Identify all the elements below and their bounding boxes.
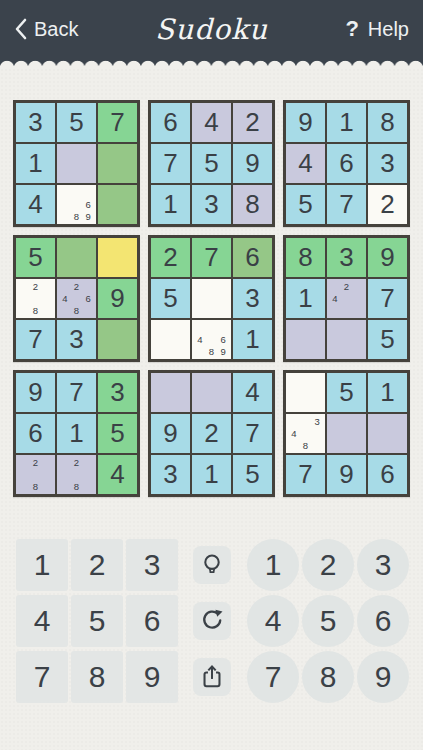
cell-r9c6[interactable]: 5 [233, 455, 272, 494]
cell-value: 8 [298, 242, 312, 273]
cell-r6c4[interactable] [151, 320, 190, 359]
cell-r6c7[interactable] [286, 320, 325, 359]
cell-value: 1 [28, 148, 42, 179]
cell-r2c8[interactable]: 6 [327, 144, 366, 183]
pencil-mark: 4 [288, 428, 300, 440]
box-6: 83912475 [283, 235, 410, 362]
cell-value: 7 [245, 418, 259, 449]
cell-r6c8[interactable] [327, 320, 366, 359]
keypad-left-key-5[interactable]: 5 [71, 595, 123, 647]
cell-value: 2 [163, 242, 177, 273]
cell-r5c6[interactable]: 3 [233, 279, 272, 318]
pencil-mark: 8 [71, 480, 83, 492]
cell-r7c8[interactable]: 5 [327, 373, 366, 412]
cell-r1c2[interactable]: 5 [57, 103, 96, 142]
cell-value: 1 [339, 107, 353, 138]
cell-r4c9[interactable]: 9 [368, 238, 407, 277]
cell-r5c5[interactable] [192, 279, 231, 318]
cell-r1c9[interactable]: 8 [368, 103, 407, 142]
cell-r3c5[interactable]: 3 [192, 185, 231, 224]
cell-r7c4[interactable] [151, 373, 190, 412]
cell-value: 6 [380, 459, 394, 490]
cell-value: 7 [204, 242, 218, 273]
cell-value: 3 [28, 107, 42, 138]
pencil-mark: 9 [217, 345, 229, 357]
pencil-marks: 28 [59, 457, 94, 492]
cell-value: 7 [163, 148, 177, 179]
keypad-right-key-3[interactable]: 3 [357, 539, 409, 591]
box-2: 642759138 [148, 100, 275, 227]
pencil-mark: 2 [30, 281, 42, 293]
pencil-marks: 4689 [194, 322, 229, 357]
pencil-mark: 6 [82, 293, 94, 305]
keypad-left-key-1[interactable]: 1 [16, 539, 68, 591]
cell-r1c1[interactable]: 3 [16, 103, 55, 142]
cell-value: 3 [204, 189, 218, 220]
cell-value: 6 [245, 242, 259, 273]
cell-r9c2[interactable]: 28 [57, 455, 96, 494]
cell-r5c9[interactable]: 7 [368, 279, 407, 318]
back-button[interactable]: Back [14, 18, 78, 41]
restart-button[interactable] [193, 602, 231, 640]
cell-r3c1[interactable]: 4 [16, 185, 55, 224]
cell-value: 7 [28, 324, 42, 355]
cell-r9c5[interactable]: 1 [192, 455, 231, 494]
cell-r6c2[interactable]: 3 [57, 320, 96, 359]
chevron-left-icon [14, 18, 27, 40]
hint-button[interactable] [193, 546, 231, 584]
pencil-mark: 8 [30, 480, 42, 492]
pencil-mark: 8 [206, 345, 218, 357]
cell-r9c4[interactable]: 3 [151, 455, 190, 494]
keypad-right-key-4[interactable]: 4 [247, 595, 299, 647]
cell-value: 5 [339, 377, 353, 408]
cell-r3c4[interactable]: 1 [151, 185, 190, 224]
cell-value: 9 [163, 418, 177, 449]
pencil-marks: 28 [18, 457, 53, 492]
cell-value: 2 [204, 418, 218, 449]
controls-bar: 123456789 123456789 [0, 539, 423, 705]
cell-r7c3[interactable]: 3 [98, 373, 137, 412]
cell-r2c7[interactable]: 4 [286, 144, 325, 183]
cell-r8c4[interactable]: 9 [151, 414, 190, 453]
box-5: 2765346891 [148, 235, 275, 362]
cell-value: 5 [163, 283, 177, 314]
cell-r2c6[interactable]: 9 [233, 144, 272, 183]
header: Back Sudoku ? Help [0, 0, 423, 58]
keypad-left-key-8[interactable]: 8 [71, 651, 123, 703]
cell-r7c1[interactable]: 9 [16, 373, 55, 412]
refresh-icon [199, 608, 225, 634]
keypad-left-key-4[interactable]: 4 [16, 595, 68, 647]
sudoku-board: 3571468964275913891846357252824689732765… [13, 100, 410, 497]
box-1: 35714689 [13, 100, 140, 227]
cell-r2c4[interactable]: 7 [151, 144, 190, 183]
pencil-mark: 2 [71, 281, 83, 293]
cell-r4c5[interactable]: 7 [192, 238, 231, 277]
cell-value: 1 [380, 377, 394, 408]
cell-r4c8[interactable]: 3 [327, 238, 366, 277]
cell-r2c9[interactable]: 3 [368, 144, 407, 183]
cell-value: 6 [339, 148, 353, 179]
cell-r8c6[interactable]: 7 [233, 414, 272, 453]
cell-r6c3[interactable] [98, 320, 137, 359]
cell-r8c7[interactable]: 348 [286, 414, 325, 453]
cell-r9c8[interactable]: 9 [327, 455, 366, 494]
cell-value: 1 [204, 459, 218, 490]
pencil-mark: 3 [311, 416, 323, 428]
cell-r4c7[interactable]: 8 [286, 238, 325, 277]
cell-r8c8[interactable] [327, 414, 366, 453]
cell-value: 6 [28, 418, 42, 449]
pencil-mark: 8 [71, 304, 83, 316]
keypad-right: 123456789 [247, 539, 409, 703]
cell-r1c8[interactable]: 1 [327, 103, 366, 142]
pencil-mark: 4 [329, 293, 341, 305]
keypad-left-key-6[interactable]: 6 [126, 595, 178, 647]
cell-r1c5[interactable]: 4 [192, 103, 231, 142]
cell-r9c7[interactable]: 7 [286, 455, 325, 494]
cell-r7c7[interactable] [286, 373, 325, 412]
cell-r8c9[interactable] [368, 414, 407, 453]
cell-value: 5 [28, 242, 42, 273]
cell-value: 5 [204, 148, 218, 179]
question-icon: ? [345, 16, 358, 42]
cell-r7c5[interactable] [192, 373, 231, 412]
cell-value: 7 [69, 377, 83, 408]
cell-value: 6 [163, 107, 177, 138]
cell-value: 5 [69, 107, 83, 138]
keypad-left-key-3[interactable]: 3 [126, 539, 178, 591]
box-4: 5282468973 [13, 235, 140, 362]
keypad-left-key-9[interactable]: 9 [126, 651, 178, 703]
cell-value: 4 [110, 459, 124, 490]
help-label: Help [368, 18, 409, 41]
cell-r4c1[interactable]: 5 [16, 238, 55, 277]
cell-r4c3[interactable] [98, 238, 137, 277]
keypad-left-key-2[interactable]: 2 [71, 539, 123, 591]
cell-r3c7[interactable]: 5 [286, 185, 325, 224]
pencil-mark: 6 [82, 199, 94, 211]
cell-value: 3 [110, 377, 124, 408]
cell-r5c3[interactable]: 9 [98, 279, 137, 318]
keypad-right-key-1[interactable]: 1 [247, 539, 299, 591]
pencil-mark: 2 [341, 281, 353, 293]
cell-r7c2[interactable]: 7 [57, 373, 96, 412]
help-button[interactable]: ? Help [345, 16, 409, 42]
cell-value: 1 [298, 283, 312, 314]
cell-value: 3 [163, 459, 177, 490]
cell-value: 5 [298, 189, 312, 220]
cell-value: 9 [110, 283, 124, 314]
pencil-mark: 4 [59, 293, 71, 305]
cell-value: 7 [110, 107, 124, 138]
cell-value: 5 [110, 418, 124, 449]
cell-r1c4[interactable]: 6 [151, 103, 190, 142]
cell-value: 4 [298, 148, 312, 179]
cell-value: 1 [163, 189, 177, 220]
back-label: Back [34, 18, 78, 41]
keypad-right-key-7[interactable]: 7 [247, 651, 299, 703]
cell-value: 7 [339, 189, 353, 220]
cell-r9c3[interactable]: 4 [98, 455, 137, 494]
cell-r9c9[interactable]: 6 [368, 455, 407, 494]
cell-r6c9[interactable]: 5 [368, 320, 407, 359]
pencil-mark: 6 [217, 334, 229, 346]
cell-value: 1 [245, 324, 259, 355]
box-7: 97361528284 [13, 370, 140, 497]
lightbulb-icon [199, 552, 225, 578]
box-9: 51348796 [283, 370, 410, 497]
cell-r5c4[interactable]: 5 [151, 279, 190, 318]
cell-value: 5 [380, 324, 394, 355]
keypad-right-key-6[interactable]: 6 [357, 595, 409, 647]
keypad-right-key-9[interactable]: 9 [357, 651, 409, 703]
cell-r3c8[interactable]: 7 [327, 185, 366, 224]
cell-value: 4 [204, 107, 218, 138]
cell-r2c1[interactable]: 1 [16, 144, 55, 183]
cell-value: 3 [245, 283, 259, 314]
cell-value: 4 [245, 377, 259, 408]
cell-value: 7 [298, 459, 312, 490]
pencil-marks: 348 [288, 416, 323, 451]
cell-r8c3[interactable]: 5 [98, 414, 137, 453]
cell-r5c8[interactable]: 24 [327, 279, 366, 318]
pencil-mark: 9 [82, 210, 94, 222]
cell-r7c9[interactable]: 1 [368, 373, 407, 412]
keypad-right-key-8[interactable]: 8 [302, 651, 354, 703]
cell-r7c6[interactable]: 4 [233, 373, 272, 412]
cell-value: 9 [380, 242, 394, 273]
pencil-marks: 2468 [59, 281, 94, 316]
cell-r5c1[interactable]: 28 [16, 279, 55, 318]
keypad-left-key-7[interactable]: 7 [16, 651, 68, 703]
cell-value: 9 [245, 148, 259, 179]
share-button[interactable] [193, 658, 231, 696]
cell-r6c6[interactable]: 1 [233, 320, 272, 359]
cell-r1c7[interactable]: 9 [286, 103, 325, 142]
cell-r3c2[interactable]: 689 [57, 185, 96, 224]
cell-value: 7 [380, 283, 394, 314]
keypad-right-key-5[interactable]: 5 [302, 595, 354, 647]
cell-value: 1 [69, 418, 83, 449]
pencil-mark: 2 [71, 457, 83, 469]
cell-value: 9 [28, 377, 42, 408]
cell-r6c1[interactable]: 7 [16, 320, 55, 359]
pencil-marks: 689 [59, 187, 94, 222]
cell-r6c5[interactable]: 4689 [192, 320, 231, 359]
pencil-mark: 8 [30, 304, 42, 316]
pencil-marks: 24 [329, 281, 364, 316]
cell-value: 3 [69, 324, 83, 355]
cell-r2c2[interactable] [57, 144, 96, 183]
pencil-marks: 28 [18, 281, 53, 316]
share-icon [199, 664, 225, 690]
cell-value: 5 [245, 459, 259, 490]
cell-value: 8 [380, 107, 394, 138]
cell-r5c2[interactable]: 2468 [57, 279, 96, 318]
pencil-mark: 8 [71, 210, 83, 222]
cell-r3c3[interactable] [98, 185, 137, 224]
cell-value: 9 [339, 459, 353, 490]
keypad-right-key-2[interactable]: 2 [302, 539, 354, 591]
action-buttons [193, 539, 231, 703]
cell-r8c5[interactable]: 2 [192, 414, 231, 453]
cell-r8c1[interactable]: 6 [16, 414, 55, 453]
keypad-left: 123456789 [16, 539, 178, 703]
pencil-mark: 4 [194, 334, 206, 346]
cell-r3c9[interactable]: 2 [368, 185, 407, 224]
box-3: 918463572 [283, 100, 410, 227]
cell-value: 8 [245, 189, 259, 220]
cell-value: 3 [339, 242, 353, 273]
pencil-mark: 2 [30, 457, 42, 469]
cell-r9c1[interactable]: 28 [16, 455, 55, 494]
cell-r1c6[interactable]: 2 [233, 103, 272, 142]
scalloped-edge [0, 58, 423, 68]
cell-r2c5[interactable]: 5 [192, 144, 231, 183]
cell-value: 4 [28, 189, 42, 220]
cell-r4c4[interactable]: 2 [151, 238, 190, 277]
cell-value: 9 [298, 107, 312, 138]
pencil-mark: 8 [300, 439, 312, 451]
box-8: 4927315 [148, 370, 275, 497]
cell-value: 2 [245, 107, 259, 138]
cell-r1c3[interactable]: 7 [98, 103, 137, 142]
cell-value: 2 [380, 189, 394, 220]
cell-r5c7[interactable]: 1 [286, 279, 325, 318]
cell-r2c3[interactable] [98, 144, 137, 183]
cell-r3c6[interactable]: 8 [233, 185, 272, 224]
cell-value: 3 [380, 148, 394, 179]
cell-r4c2[interactable] [57, 238, 96, 277]
cell-r8c2[interactable]: 1 [57, 414, 96, 453]
cell-r4c6[interactable]: 6 [233, 238, 272, 277]
